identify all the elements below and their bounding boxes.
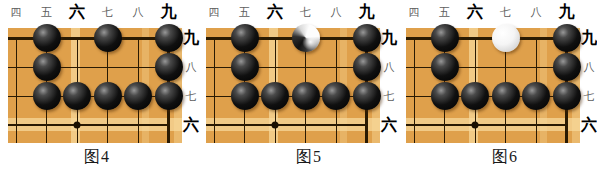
page: 图4 四五六七八九九八七六 图5 四五六七八九九八七六 图6 四五六七八九九八七…	[0, 0, 597, 170]
row-label-八: 八	[384, 62, 395, 73]
col-label-五: 五	[439, 7, 450, 18]
row-label-九: 九	[381, 30, 397, 46]
white-stone	[492, 24, 520, 52]
row-label-八: 八	[584, 62, 595, 73]
star-point-marker	[472, 122, 479, 129]
grid-line-row6	[406, 124, 568, 126]
grid-line-row6	[8, 124, 170, 126]
white-stone-marked	[292, 24, 320, 52]
row-label-六: 六	[183, 117, 199, 133]
black-stone	[94, 24, 122, 52]
go-diagram-1: 图4 四五六七八九九八七六	[0, 0, 199, 170]
black-stone	[231, 82, 259, 110]
row-label-六: 六	[581, 117, 597, 133]
black-stone	[492, 82, 520, 110]
go-board-3	[406, 28, 580, 143]
col-label-四: 四	[11, 7, 22, 18]
black-stone	[292, 82, 320, 110]
black-stone	[553, 53, 581, 81]
grid-line-col4	[214, 38, 215, 143]
col-label-五: 五	[41, 7, 52, 18]
grid-line-col4	[16, 38, 17, 143]
black-stone	[155, 82, 183, 110]
col-label-五: 五	[239, 7, 250, 18]
row-label-九: 九	[183, 30, 199, 46]
col-label-七: 七	[102, 7, 113, 18]
row-label-七: 七	[584, 91, 595, 102]
black-stone	[431, 24, 459, 52]
col-label-九: 九	[559, 4, 575, 20]
row-label-六: 六	[381, 117, 397, 133]
go-diagram-2: 图5 四五六七八九九八七六	[198, 0, 397, 170]
black-stone	[522, 82, 550, 110]
go-board-1	[8, 28, 182, 143]
star-point-marker	[74, 122, 81, 129]
row-label-九: 九	[581, 30, 597, 46]
grid-line-col4	[414, 38, 415, 143]
col-label-九: 九	[359, 4, 375, 20]
go-diagram-3: 图6 四五六七八九九八七六	[398, 0, 597, 170]
black-stone	[33, 24, 61, 52]
black-stone	[155, 24, 183, 52]
diagram-caption: 图6	[492, 147, 518, 168]
black-stone	[124, 82, 152, 110]
col-label-八: 八	[531, 7, 542, 18]
col-label-四: 四	[209, 7, 220, 18]
go-board-2	[206, 28, 380, 143]
black-stone	[353, 53, 381, 81]
row-label-七: 七	[186, 91, 197, 102]
col-label-七: 七	[300, 7, 311, 18]
black-stone	[353, 82, 381, 110]
black-stone	[94, 82, 122, 110]
col-label-九: 九	[161, 4, 177, 20]
black-stone	[261, 82, 289, 110]
col-label-八: 八	[133, 7, 144, 18]
black-stone	[431, 53, 459, 81]
diagram-caption: 图5	[296, 147, 322, 168]
black-stone	[322, 82, 350, 110]
black-stone	[353, 24, 381, 52]
col-label-六: 六	[467, 4, 483, 20]
black-stone	[431, 82, 459, 110]
black-stone	[155, 53, 183, 81]
grid-line-row6	[206, 124, 368, 126]
col-label-六: 六	[69, 4, 85, 20]
col-label-六: 六	[267, 4, 283, 20]
black-stone	[231, 53, 259, 81]
diagram-caption: 图4	[84, 147, 110, 168]
col-label-七: 七	[500, 7, 511, 18]
black-stone	[33, 82, 61, 110]
black-stone	[33, 53, 61, 81]
row-label-七: 七	[384, 91, 395, 102]
black-stone	[63, 82, 91, 110]
black-stone	[553, 24, 581, 52]
col-label-八: 八	[331, 7, 342, 18]
star-point-marker	[272, 122, 279, 129]
black-stone	[553, 82, 581, 110]
col-label-四: 四	[409, 7, 420, 18]
black-stone	[231, 24, 259, 52]
row-label-八: 八	[186, 62, 197, 73]
black-stone	[461, 82, 489, 110]
